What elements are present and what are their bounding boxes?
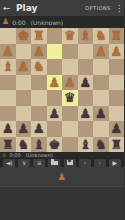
captured-pieces-tray: ♟ bbox=[0, 167, 124, 187]
folder-icon bbox=[51, 161, 58, 165]
square[interactable]: ♟ bbox=[31, 121, 47, 137]
white-player-name: (Unknown) bbox=[31, 19, 64, 26]
square[interactable]: ♟ bbox=[47, 75, 63, 91]
captured-white-pawn: ♟ bbox=[58, 172, 67, 182]
square[interactable]: ♟ bbox=[93, 44, 109, 60]
square[interactable]: ♟ bbox=[62, 75, 78, 91]
menu-icon[interactable]: ≡ bbox=[33, 159, 45, 167]
square[interactable]: ♜ bbox=[0, 137, 16, 153]
empty-tray-area bbox=[0, 187, 124, 220]
square[interactable]: ♚ bbox=[16, 28, 32, 44]
white-piece[interactable]: ♞ bbox=[93, 28, 109, 44]
square[interactable] bbox=[47, 44, 63, 60]
black-piece[interactable]: ♞ bbox=[93, 137, 109, 153]
white-piece[interactable]: ♞ bbox=[31, 59, 47, 75]
square[interactable]: ♞ bbox=[16, 137, 32, 153]
chevron-down-icon[interactable]: ∨ bbox=[18, 159, 30, 167]
square[interactable]: ♟ bbox=[16, 121, 32, 137]
square[interactable]: ♟ bbox=[93, 106, 109, 122]
square[interactable]: ♟ bbox=[109, 121, 125, 137]
white-piece[interactable]: ♟ bbox=[31, 44, 47, 60]
square[interactable] bbox=[47, 59, 63, 75]
square[interactable]: ♟ bbox=[47, 106, 63, 122]
square[interactable] bbox=[0, 28, 16, 44]
white-pawn-icon: ♟ bbox=[2, 18, 9, 26]
square[interactable]: ♟ bbox=[0, 121, 16, 137]
square[interactable] bbox=[93, 121, 109, 137]
black-pawn-icon: ♟ bbox=[2, 153, 6, 158]
save-icon bbox=[67, 160, 73, 165]
white-piece[interactable]: ♝ bbox=[0, 59, 16, 75]
square[interactable]: ♛ bbox=[62, 90, 78, 106]
square[interactable] bbox=[93, 75, 109, 91]
chess-board[interactable]: ♚♜♛♝♞♜♟♟♟♟♝♟♞♟♟♟♛♟♟♟♟♟♟♟♜♞♝♚♝♞♜ bbox=[0, 28, 124, 152]
square[interactable] bbox=[47, 90, 63, 106]
page-title: Play bbox=[16, 3, 85, 13]
white-player-bar: ♟ 0:00 (Unknown) bbox=[0, 16, 124, 28]
square[interactable] bbox=[62, 137, 78, 153]
square[interactable]: ♝ bbox=[0, 59, 16, 75]
folder-icon[interactable] bbox=[48, 159, 60, 167]
square[interactable] bbox=[0, 90, 16, 106]
square[interactable] bbox=[47, 121, 63, 137]
play-icon[interactable]: ▶ bbox=[109, 159, 121, 167]
black-piece[interactable]: ♞ bbox=[16, 137, 32, 153]
square[interactable]: ♟ bbox=[31, 44, 47, 60]
black-piece[interactable]: ♟ bbox=[47, 106, 63, 122]
square[interactable] bbox=[78, 44, 94, 60]
white-clock: 0:00 bbox=[12, 19, 25, 26]
square[interactable] bbox=[16, 75, 32, 91]
square[interactable]: ♞ bbox=[93, 28, 109, 44]
square[interactable]: ♛ bbox=[62, 28, 78, 44]
white-piece[interactable]: ♟ bbox=[62, 75, 78, 91]
app-window: ← Play OPTIONS ⋮ ♟ 0:00 (Unknown) ♚♜♛♝♞♜… bbox=[0, 0, 124, 220]
square[interactable] bbox=[78, 121, 94, 137]
square[interactable]: ♝ bbox=[31, 137, 47, 153]
next-move-icon[interactable]: › bbox=[94, 159, 106, 167]
prev-move-icon[interactable]: ‹ bbox=[79, 159, 91, 167]
black-piece[interactable]: ♟ bbox=[78, 75, 94, 91]
square[interactable] bbox=[31, 106, 47, 122]
square[interactable] bbox=[109, 106, 125, 122]
black-piece[interactable]: ♟ bbox=[78, 106, 94, 122]
square[interactable]: ♟ bbox=[16, 59, 32, 75]
save-icon[interactable] bbox=[64, 159, 76, 167]
white-piece[interactable]: ♟ bbox=[109, 44, 125, 60]
back-button[interactable]: ← bbox=[3, 3, 13, 13]
white-piece[interactable]: ♟ bbox=[93, 44, 109, 60]
black-piece[interactable]: ♝ bbox=[78, 137, 94, 153]
square[interactable]: ♝ bbox=[78, 28, 94, 44]
black-piece[interactable]: ♟ bbox=[16, 121, 32, 137]
square[interactable] bbox=[93, 59, 109, 75]
white-piece[interactable]: ♟ bbox=[16, 59, 32, 75]
square[interactable]: ♚ bbox=[47, 137, 63, 153]
square[interactable]: ♜ bbox=[31, 28, 47, 44]
square[interactable] bbox=[16, 90, 32, 106]
app-bar: ← Play OPTIONS ⋮ bbox=[0, 0, 124, 16]
square[interactable] bbox=[93, 90, 109, 106]
black-piece[interactable]: ♚ bbox=[47, 137, 63, 153]
black-piece[interactable]: ♜ bbox=[109, 137, 125, 153]
black-piece[interactable]: ♜ bbox=[0, 137, 16, 153]
black-piece[interactable]: ♟ bbox=[93, 106, 109, 122]
square[interactable] bbox=[31, 75, 47, 91]
black-piece[interactable]: ♛ bbox=[62, 90, 78, 106]
square[interactable]: ♜ bbox=[109, 137, 125, 153]
square[interactable]: ♟ bbox=[0, 44, 16, 60]
square[interactable] bbox=[0, 106, 16, 122]
black-piece[interactable]: ♝ bbox=[31, 137, 47, 153]
square[interactable] bbox=[62, 44, 78, 60]
square[interactable] bbox=[31, 90, 47, 106]
square[interactable] bbox=[0, 75, 16, 91]
white-piece[interactable]: ♟ bbox=[47, 75, 63, 91]
square[interactable] bbox=[62, 121, 78, 137]
white-piece[interactable]: ♜ bbox=[31, 28, 47, 44]
square[interactable]: ♜ bbox=[109, 28, 125, 44]
square[interactable] bbox=[78, 90, 94, 106]
square[interactable]: ♟ bbox=[109, 44, 125, 60]
square[interactable] bbox=[109, 75, 125, 91]
white-piece[interactable]: ♝ bbox=[78, 28, 94, 44]
speaker-icon[interactable]: ◄) bbox=[3, 159, 15, 167]
square[interactable]: ♟ bbox=[78, 106, 94, 122]
white-piece[interactable]: ♚ bbox=[16, 28, 32, 44]
square[interactable]: ♞ bbox=[93, 137, 109, 153]
square[interactable]: ♟ bbox=[78, 75, 94, 91]
square[interactable] bbox=[109, 59, 125, 75]
square[interactable]: ♞ bbox=[31, 59, 47, 75]
game-toolbar: ◄)∨≡‹›▶ bbox=[0, 158, 124, 167]
options-button[interactable]: OPTIONS bbox=[85, 5, 111, 11]
square[interactable] bbox=[47, 28, 63, 44]
square[interactable] bbox=[62, 106, 78, 122]
white-piece[interactable]: ♟ bbox=[0, 44, 16, 60]
square[interactable] bbox=[62, 59, 78, 75]
white-piece[interactable]: ♜ bbox=[109, 28, 125, 44]
square[interactable] bbox=[16, 106, 32, 122]
overflow-menu-button[interactable]: ⋮ bbox=[115, 4, 121, 13]
square[interactable] bbox=[78, 59, 94, 75]
black-piece[interactable]: ♟ bbox=[0, 121, 16, 137]
square[interactable] bbox=[109, 90, 125, 106]
square[interactable] bbox=[16, 44, 32, 60]
square[interactable]: ♝ bbox=[78, 137, 94, 153]
black-piece[interactable]: ♟ bbox=[109, 121, 125, 137]
black-piece[interactable]: ♟ bbox=[31, 121, 47, 137]
white-piece[interactable]: ♛ bbox=[62, 28, 78, 44]
